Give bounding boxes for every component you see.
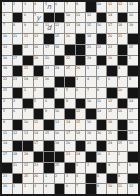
cell-number: 14 (108, 13, 112, 16)
cell-5-12[interactable]: 2 (128, 56, 138, 66)
cell-11-3[interactable]: 11 (34, 120, 44, 130)
cell-number: 3 (76, 77, 78, 80)
cell-14-11[interactable]: 2 (118, 152, 128, 162)
cell-14-7[interactable]: 24 (76, 152, 86, 162)
black-cell-7-5 (55, 77, 65, 87)
cell-3-5[interactable]: 15 (55, 34, 65, 44)
cell-14-6[interactable]: 23 (65, 152, 75, 162)
cell-17-6[interactable]: 6 (65, 184, 75, 194)
cell-1-8[interactable]: 12 (86, 13, 96, 23)
cell-number: 26 (45, 77, 49, 80)
black-cell-10-6 (65, 109, 75, 119)
cell-number: 4 (34, 2, 36, 5)
cell-7-9[interactable]: 5 (97, 77, 107, 87)
cell-16-4[interactable]: 1 (44, 174, 54, 184)
cell-9-8[interactable]: 10 (86, 99, 96, 109)
cell-1-7[interactable]: 11 (76, 13, 86, 23)
cell-17-10[interactable]: 10 (107, 184, 117, 194)
cell-15-3[interactable]: 23 (34, 163, 44, 173)
black-cell-15-4 (44, 163, 54, 173)
cell-number: 9 (24, 23, 26, 26)
cell-12-10[interactable]: 21 (107, 131, 117, 141)
black-cell-1-11 (118, 13, 128, 23)
cell-13-3[interactable]: 17 (34, 141, 44, 151)
cell-number: 4 (45, 184, 47, 187)
cell-0-3[interactable]: 4 (34, 2, 44, 12)
cell-6-6[interactable]: 25 (65, 66, 75, 76)
cell-number: 21 (118, 34, 122, 37)
cell-11-10[interactable]: 18 (107, 120, 117, 130)
cell-number: 15 (76, 120, 80, 123)
cell-11-6[interactable]: 14 (65, 120, 75, 130)
cell-6-5[interactable]: 24 (55, 66, 65, 76)
cell-12-8[interactable]: 19 (86, 131, 96, 141)
cell-number: 13 (129, 2, 133, 5)
cell-10-10[interactable]: 15 (107, 109, 117, 119)
cell-number: 8 (13, 23, 15, 26)
cell-4-10[interactable]: 23 (107, 45, 117, 55)
cell-3-6[interactable]: 16 (65, 34, 75, 44)
cell-11-2[interactable]: 10 (23, 120, 33, 130)
cell-number: 5 (118, 163, 120, 166)
cell-17-7[interactable]: 7 (76, 184, 86, 194)
cell-number: 24 (55, 66, 59, 69)
cell-8-3[interactable]: 2 (34, 88, 44, 98)
cell-number: 10 (87, 99, 91, 102)
black-cell-14-5 (55, 152, 65, 162)
cell-number: 15 (108, 109, 112, 112)
cell-17-3[interactable]: 3 (34, 184, 44, 194)
cell-13-8[interactable]: 22 (86, 141, 96, 151)
cell-16-7[interactable]: 4 (76, 174, 86, 184)
black-cell-14-3 (34, 152, 44, 162)
cell-number: 12 (13, 131, 17, 134)
cell-number: 26 (76, 66, 80, 69)
cell-11-5[interactable]: 13 (55, 120, 65, 130)
cell-16-3[interactable]: 26 (34, 174, 44, 184)
cell-14-9[interactable]: 26 (97, 152, 107, 162)
cell-6-0[interactable]: 19 (2, 66, 12, 76)
cell-3-10[interactable]: 20 (107, 34, 117, 44)
cell-number: 24 (76, 152, 80, 155)
cell-14-1[interactable]: 18 (13, 152, 23, 162)
cell-2-10[interactable]: 17 (107, 23, 117, 33)
cell-number: 6 (108, 77, 110, 80)
cell-7-10[interactable]: 6 (107, 77, 117, 87)
cell-10-5[interactable]: 10 (55, 109, 65, 119)
cell-8-7[interactable]: 6 (76, 88, 86, 98)
cell-5-6[interactable]: 22 (65, 56, 75, 66)
cell-number: 13 (55, 120, 59, 123)
cell-14-0[interactable]: 17 (2, 152, 12, 162)
cell-number: 26 (34, 174, 38, 177)
cell-6-4[interactable]: 23 (44, 66, 54, 76)
black-cell-1-4 (44, 13, 54, 23)
cell-number: 25 (55, 163, 59, 166)
cell-number: 13 (24, 131, 28, 134)
cell-number: 14 (3, 141, 7, 144)
cell-5-0[interactable]: 16 (2, 56, 12, 66)
cell-7-2[interactable]: 24 (23, 77, 33, 87)
cell-1-12[interactable]: 16 (128, 13, 138, 23)
cell-number: 25 (129, 45, 133, 48)
cell-0-10[interactable]: 11 (107, 2, 117, 12)
cell-2-0[interactable]: 7 (2, 23, 12, 33)
cell-2-1[interactable]: 8 (13, 23, 23, 33)
black-cell-3-9 (97, 34, 107, 44)
cell-8-2[interactable]: 1 (23, 88, 33, 98)
black-cell-13-2 (23, 141, 33, 151)
cell-number: 24 (108, 141, 112, 144)
cell-5-8[interactable]: 24 (86, 56, 96, 66)
cell-8-0[interactable]: 25 (2, 88, 12, 98)
cell-4-5[interactable]: 18 (55, 45, 65, 55)
cell-number: 11 (3, 131, 7, 134)
cell-number: 10 (118, 88, 122, 91)
cell-2-7[interactable]: 14 (76, 23, 86, 33)
black-cell-17-5 (55, 184, 65, 194)
cell-15-8[interactable]: 2 (86, 163, 96, 173)
cell-17-11[interactable]: 11 (118, 184, 128, 194)
cell-number: 17 (129, 109, 133, 112)
cell-7-11[interactable]: 7 (118, 77, 128, 87)
cell-15-1[interactable]: 21 (13, 163, 23, 173)
cell-number: 5 (66, 88, 68, 91)
cell-6-8[interactable]: 1 (86, 66, 96, 76)
cell-number: 26 (97, 152, 101, 155)
cell-9-9[interactable]: 11 (97, 99, 107, 109)
cell-8-6[interactable]: 5 (65, 88, 75, 98)
cell-number: 25 (3, 88, 7, 91)
cell-17-12[interactable]: 12 (128, 184, 138, 194)
black-cell-6-1 (13, 66, 23, 76)
cell-10-1[interactable]: 6 (13, 109, 23, 119)
black-cell-8-1 (13, 88, 23, 98)
cell-16-6[interactable]: 3 (65, 174, 75, 184)
cell-6-11[interactable]: 4 (118, 66, 128, 76)
cell-8-11[interactable]: 10 (118, 88, 128, 98)
cell-7-3[interactable]: 25 (34, 77, 44, 87)
cell-1-6[interactable]: 10 (65, 13, 75, 23)
cell-12-6[interactable]: 17 (65, 131, 75, 141)
cell-4-3[interactable]: 16 (34, 45, 44, 55)
cell-2-12[interactable]: 19 (128, 23, 138, 33)
cell-9-0[interactable]: 2 (2, 99, 12, 109)
cell-1-10[interactable]: 14 (107, 13, 117, 23)
cell-number: 10 (108, 184, 112, 187)
cell-0-5[interactable]: 6 (55, 2, 65, 12)
black-cell-5-2 (23, 56, 33, 66)
cell-number: 22 (66, 56, 70, 59)
cell-16-9[interactable]: 6 (97, 174, 107, 184)
cell-6-7[interactable]: 26 (76, 66, 86, 76)
black-cell-11-9 (97, 120, 107, 130)
cell-14-10[interactable]: 1 (107, 152, 117, 162)
black-cell-8-12 (128, 88, 138, 98)
cell-12-9[interactable]: 20 (97, 131, 107, 141)
black-cell-10-3 (34, 109, 44, 119)
cell-number: 25 (66, 66, 70, 69)
cell-number: 17 (45, 45, 49, 48)
cell-8-8[interactable]: 7 (86, 88, 96, 98)
cell-number: 12 (24, 34, 28, 37)
cell-8-5[interactable]: 4 (55, 88, 65, 98)
cell-10-0[interactable]: 5 (2, 109, 12, 119)
black-cell-15-9 (97, 163, 107, 173)
cell-number: 17 (3, 152, 7, 155)
cell-0-6[interactable]: 7 (65, 2, 75, 12)
cell-number: 13 (3, 45, 7, 48)
cell-0-12[interactable]: 13 (128, 2, 138, 12)
cell-12-3[interactable]: 14 (34, 131, 44, 141)
cell-number: 19 (34, 56, 38, 59)
cell-number: 4 (118, 66, 120, 69)
cell-2-4[interactable]: 11d (44, 23, 54, 33)
cell-1-2[interactable]: 6 (23, 13, 33, 23)
cell-9-10[interactable]: 12 (107, 99, 117, 109)
cell-number: 10 (55, 109, 59, 112)
black-cell-17-8 (86, 184, 96, 194)
cell-number: 14 (129, 99, 133, 102)
cell-0-2[interactable]: 3 (23, 2, 33, 12)
cell-2-2[interactable]: 9 (23, 23, 33, 33)
cell-0-4[interactable]: 5n (44, 2, 54, 12)
cell-12-4[interactable]: 15 (44, 131, 54, 141)
black-cell-5-9 (97, 56, 107, 66)
cell-number: 12 (55, 23, 59, 26)
black-cell-14-12 (128, 152, 138, 162)
black-cell-1-5 (55, 13, 65, 23)
cell-7-4[interactable]: 26 (44, 77, 54, 87)
cell-number: 20 (66, 141, 70, 144)
cell-12-12[interactable]: 23 (128, 131, 138, 141)
black-cell-7-6 (65, 77, 75, 87)
cell-17-1[interactable]: 1 (13, 184, 23, 194)
cell-17-2[interactable]: 2 (23, 184, 33, 194)
cell-4-12[interactable]: 25 (128, 45, 138, 55)
black-cell-15-0 (2, 163, 12, 173)
cell-0-11[interactable]: 12 (118, 2, 128, 12)
black-cell-13-9 (97, 141, 107, 151)
cell-6-2[interactable]: 21 (23, 66, 33, 76)
cell-13-10[interactable]: 24 (107, 141, 117, 151)
cell-5-3[interactable]: 19 (34, 56, 44, 66)
cell-10-2[interactable]: 7 (23, 109, 33, 119)
cell-13-6[interactable]: 20 (65, 141, 75, 151)
cell-number: 1 (76, 163, 78, 166)
cell-4-9[interactable]: 22 (97, 45, 107, 55)
cell-12-2[interactable]: 13 (23, 131, 33, 141)
cell-2-6[interactable]: 13 (65, 23, 75, 33)
cell-number: 4 (108, 163, 110, 166)
cell-0-9[interactable]: 10 (97, 2, 107, 12)
cell-number: 17 (108, 23, 112, 26)
cell-1-0[interactable]: 4 (2, 13, 12, 23)
cell-4-4[interactable]: 17 (44, 45, 54, 55)
cell-2-3[interactable]: 10 (34, 23, 44, 33)
cell-number: 7 (66, 2, 68, 5)
cell-number: 12 (129, 184, 133, 187)
cell-7-8[interactable]: 4 (86, 77, 96, 87)
cell-17-4[interactable]: 4 (44, 184, 54, 194)
cell-number: 11 (97, 99, 101, 102)
cell-15-2[interactable]: 22 (23, 163, 33, 173)
black-cell-3-4 (44, 34, 54, 44)
cell-number: 23 (108, 45, 112, 48)
cell-9-1[interactable]: 3 (13, 99, 23, 109)
cell-15-10[interactable]: 4 (107, 163, 117, 173)
cell-number: 1 (13, 184, 15, 187)
cell-number: 18 (76, 131, 80, 134)
cell-16-2[interactable]: 25 (23, 174, 33, 184)
cell-number: 21 (87, 45, 91, 48)
cell-number: 18 (55, 45, 59, 48)
cell-12-0[interactable]: 11 (2, 131, 12, 141)
given-letter: n (44, 2, 54, 12)
cell-11-12[interactable]: 20 (128, 120, 138, 130)
cell-13-0[interactable]: 14 (2, 141, 12, 151)
black-cell-16-1 (13, 174, 23, 184)
cell-3-1[interactable]: 11 (13, 34, 23, 44)
cell-number: 5 (3, 109, 5, 112)
cell-9-6[interactable]: 8 (65, 99, 75, 109)
cell-3-11[interactable]: 21 (118, 34, 128, 44)
cell-11-0[interactable]: 8 (2, 120, 12, 130)
cell-number: 3 (13, 99, 15, 102)
cell-number: 11 (34, 120, 38, 123)
cell-15-7[interactable]: 1 (76, 163, 86, 173)
cell-3-2[interactable]: 12 (23, 34, 33, 44)
cell-17-0[interactable]: 26 (2, 184, 12, 194)
cell-3-8[interactable]: 18 (86, 34, 96, 44)
cell-13-12[interactable]: 26 (128, 141, 138, 151)
black-cell-3-7 (76, 34, 86, 44)
cell-0-7[interactable]: 8 (76, 2, 86, 12)
cell-5-10[interactable]: 26 (107, 56, 117, 66)
cell-15-12[interactable]: 6 (128, 163, 138, 173)
cell-15-5[interactable]: 25 (55, 163, 65, 173)
cell-17-9[interactable]: 9 (97, 184, 107, 194)
cell-0-0[interactable]: 1 (2, 2, 12, 12)
black-cell-5-11 (118, 56, 128, 66)
cell-number: 22 (3, 77, 7, 80)
cell-12-1[interactable]: 12 (13, 131, 23, 141)
cell-11-8[interactable]: 16 (86, 120, 96, 130)
cell-12-7[interactable]: 18 (76, 131, 86, 141)
cell-0-1[interactable]: 2 (13, 2, 23, 12)
cell-number: 25 (34, 77, 38, 80)
cell-5-1[interactable]: 17 (13, 56, 23, 66)
cell-12-5[interactable]: 16 (55, 131, 65, 141)
cell-13-5[interactable]: 19 (55, 141, 65, 151)
cell-10-12[interactable]: 17 (128, 109, 138, 119)
cell-number: 16 (118, 109, 122, 112)
cell-6-9[interactable]: 2 (97, 66, 107, 76)
black-cell-0-8 (86, 2, 96, 12)
cell-number: 20 (97, 131, 101, 134)
cell-number: 6 (129, 163, 131, 166)
cell-4-0[interactable]: 13 (2, 45, 12, 55)
cell-11-7[interactable]: 15 (76, 120, 86, 130)
cell-1-3[interactable]: 7y (34, 13, 44, 23)
black-cell-9-2 (23, 99, 33, 109)
cell-number: 6 (45, 99, 47, 102)
cell-14-2[interactable]: 19 (23, 152, 33, 162)
cell-10-9[interactable]: 14 (97, 109, 107, 119)
cell-number: 26 (3, 184, 7, 187)
cell-10-7[interactable]: 12 (76, 109, 86, 119)
cell-number: 16 (87, 120, 91, 123)
cell-4-2[interactable]: 15 (23, 45, 33, 55)
cell-9-3[interactable]: 5 (34, 99, 44, 109)
cell-number: 21 (24, 66, 28, 69)
cell-number: 20 (129, 120, 133, 123)
cell-number: 23 (34, 163, 38, 166)
cell-2-11[interactable]: 18 (118, 23, 128, 33)
cell-3-3[interactable]: 13 (34, 34, 44, 44)
black-cell-9-7 (76, 99, 86, 109)
black-cell-15-6 (65, 163, 75, 173)
cell-4-8[interactable]: 21 (86, 45, 96, 55)
cell-number: 11 (108, 2, 112, 5)
black-cell-16-10 (107, 174, 117, 184)
black-cell-4-6 (65, 45, 75, 55)
cell-number: 13 (66, 23, 70, 26)
black-cell-13-7 (76, 141, 86, 151)
cell-number: 15 (87, 23, 91, 26)
cell-number: 10 (34, 23, 38, 26)
cell-number: 16 (34, 45, 38, 48)
cell-number: 17 (13, 56, 17, 59)
cell-9-4[interactable]: 6 (44, 99, 54, 109)
cell-2-8[interactable]: 15 (86, 23, 96, 33)
cell-number: 23 (13, 77, 17, 80)
cell-number: 14 (66, 120, 70, 123)
cell-number: 11 (13, 34, 17, 37)
cell-number: 8 (129, 77, 131, 80)
cell-7-7[interactable]: 3 (76, 77, 86, 87)
cell-13-11[interactable]: 25 (118, 141, 128, 151)
cell-number: 11 (76, 13, 80, 16)
cell-number: 12 (76, 109, 80, 112)
cell-15-11[interactable]: 5 (118, 163, 128, 173)
cell-16-0[interactable]: 23 (2, 174, 12, 184)
cell-number: 3 (66, 174, 68, 177)
cell-number: 25 (118, 141, 122, 144)
cell-5-4[interactable]: 20 (44, 56, 54, 66)
cell-16-11[interactable]: 8 (118, 174, 128, 184)
cell-number: 10 (66, 13, 70, 16)
cell-2-9[interactable]: 16 (97, 23, 107, 33)
cell-10-4[interactable]: 9 (44, 109, 54, 119)
cell-16-5[interactable]: 2 (55, 174, 65, 184)
cell-9-12[interactable]: 14 (128, 99, 138, 109)
cell-number: 23 (3, 174, 7, 177)
cell-number: 2 (34, 88, 36, 91)
cell-number: 14 (34, 131, 38, 134)
cell-10-11[interactable]: 16 (118, 109, 128, 119)
cell-number: 6 (24, 13, 26, 16)
cell-7-1[interactable]: 23 (13, 77, 23, 87)
cell-number: 9 (45, 109, 47, 112)
cell-number: 2 (13, 2, 15, 5)
cell-3-0[interactable]: 10 (2, 34, 12, 44)
cell-7-12[interactable]: 8 (128, 77, 138, 87)
cell-8-9[interactable]: 8 (97, 88, 107, 98)
cell-2-5[interactable]: 12 (55, 23, 65, 33)
cell-7-0[interactable]: 22 (2, 77, 12, 87)
black-cell-1-1 (13, 13, 23, 23)
